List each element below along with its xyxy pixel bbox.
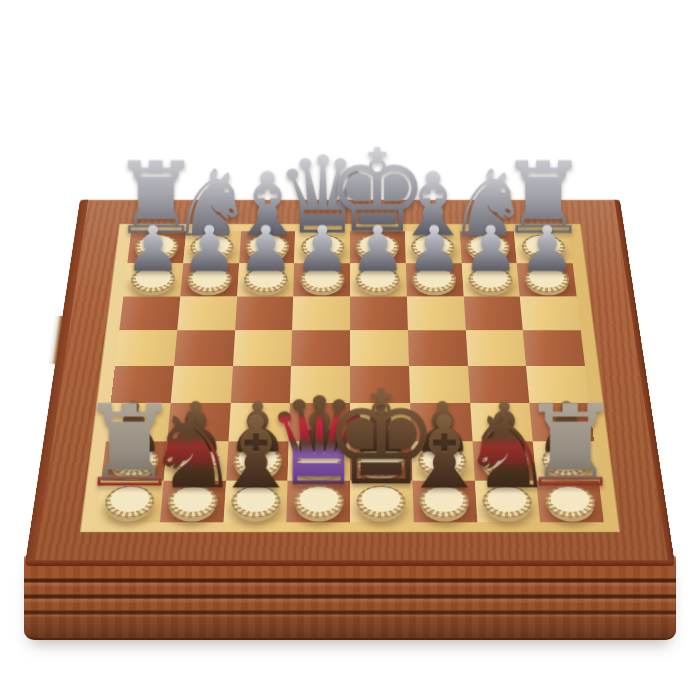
board-perspective-wrapper: ♜♞♝♛♚♝♞♜♟♟♟♟♟♟♟♟♟♟♟♟♟♟♟♟♜♞♝♛♚♝♞♜	[55, 71, 645, 661]
piece-silver-pawn[interactable]: ♟	[350, 218, 407, 281]
square-g5[interactable]	[465, 330, 526, 366]
square-d5[interactable]	[291, 330, 350, 366]
square-h6[interactable]	[520, 296, 581, 330]
piece-silver-pawn[interactable]: ♟	[518, 218, 575, 281]
piece-bronze-rook[interactable]: ♜	[519, 390, 621, 503]
square-f5[interactable]	[408, 330, 468, 366]
square-h1[interactable]: ♜	[537, 481, 604, 522]
square-f7[interactable]: ♟	[406, 263, 464, 296]
square-f6[interactable]	[407, 296, 466, 330]
maple-border-strip: ♜♞♝♛♚♝♞♜♟♟♟♟♟♟♟♟♟♟♟♟♟♟♟♟♜♞♝♛♚♝♞♜	[80, 224, 620, 532]
chess-set-photo: ♜♞♝♛♚♝♞♜♟♟♟♟♟♟♟♟♟♟♟♟♟♟♟♟♜♞♝♛♚♝♞♜	[0, 0, 700, 700]
square-a5[interactable]	[115, 330, 177, 366]
piece-silver-pawn[interactable]: ♟	[462, 218, 519, 281]
square-c7[interactable]: ♟	[237, 263, 295, 296]
square-a7[interactable]: ♟	[123, 263, 183, 296]
square-h5[interactable]	[523, 330, 585, 366]
square-b7[interactable]: ♟	[180, 263, 239, 296]
square-e5[interactable]	[350, 330, 409, 366]
square-b6[interactable]	[177, 296, 237, 330]
square-d6[interactable]	[292, 296, 350, 330]
square-d7[interactable]: ♟	[293, 263, 350, 296]
square-g6[interactable]	[463, 296, 523, 330]
square-g7[interactable]: ♟	[461, 263, 520, 296]
square-c5[interactable]	[233, 330, 293, 366]
piece-silver-pawn[interactable]: ♟	[406, 218, 463, 281]
board-top-surface: ♜♞♝♛♚♝♞♜♟♟♟♟♟♟♟♟♟♟♟♟♟♟♟♟♜♞♝♛♚♝♞♜	[25, 200, 675, 566]
piece-silver-pawn[interactable]: ♟	[181, 218, 238, 281]
square-e6[interactable]	[350, 296, 408, 330]
square-h7[interactable]: ♟	[517, 263, 577, 296]
chess-board: ♜♞♝♛♚♝♞♜♟♟♟♟♟♟♟♟♟♟♟♟♟♟♟♟♜♞♝♛♚♝♞♜	[96, 231, 604, 522]
frame-edge-right	[614, 200, 675, 566]
square-b5[interactable]	[174, 330, 235, 366]
square-e7[interactable]: ♟	[350, 263, 407, 296]
piece-silver-pawn[interactable]: ♟	[237, 218, 294, 281]
frame-edge-front	[25, 560, 675, 566]
piece-silver-pawn[interactable]: ♟	[294, 218, 351, 281]
square-a6[interactable]	[119, 296, 180, 330]
square-c6[interactable]	[235, 296, 294, 330]
piece-silver-pawn[interactable]: ♟	[125, 218, 182, 281]
